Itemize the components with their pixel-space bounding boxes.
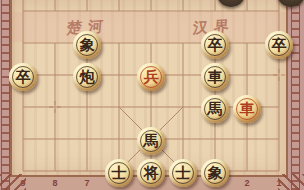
piece-black-elephant[interactable]: 象 (201, 159, 229, 187)
piece-black-general[interactable]: 将 (137, 159, 165, 187)
piece-character: 士 (105, 159, 133, 187)
piece-black-cannon[interactable]: 炮 (73, 63, 101, 91)
piece-character: 将 (137, 159, 165, 187)
piece-black-advisor[interactable]: 士 (169, 159, 197, 187)
piece-black-soldier[interactable]: 卒 (201, 31, 229, 59)
piece-red-chariot[interactable]: 車 (233, 95, 261, 123)
piece-character: 車 (201, 63, 229, 91)
piece-black-advisor[interactable]: 士 (105, 159, 133, 187)
piece-black-horse[interactable]: 馬 (201, 95, 229, 123)
piece-character: 馬 (201, 95, 229, 123)
piece-character: 卒 (265, 31, 293, 59)
piece-character: 象 (201, 159, 229, 187)
piece-black-horse[interactable]: 馬 (137, 127, 165, 155)
board-frame-left-ornament (0, 0, 10, 190)
piece-character: 車 (233, 95, 261, 123)
piece-black-chariot[interactable]: 車 (201, 63, 229, 91)
piece-black-soldier[interactable]: 卒 (9, 63, 37, 91)
piece-black-soldier[interactable]: 卒 (265, 31, 293, 59)
piece-character: 卒 (9, 63, 37, 91)
piece-character: 象 (73, 31, 101, 59)
piece-character: 馬 (137, 127, 165, 155)
xiangqi-game-screen: 楚河 汉界 987654321 象卒卒卒炮兵車馬車馬士将士象 (0, 0, 304, 190)
meander-pattern (291, 0, 300, 190)
frame-corner-ornament (278, 174, 304, 190)
file-label-8: 8 (50, 178, 60, 188)
frame-corner-ornament (0, 174, 26, 190)
piece-character: 炮 (73, 63, 101, 91)
meander-pattern (1, 0, 10, 190)
file-label-2: 2 (242, 178, 252, 188)
piece-character: 卒 (201, 31, 229, 59)
piece-character: 士 (169, 159, 197, 187)
board-frame-right-ornament (288, 0, 304, 190)
file-label-7: 7 (82, 178, 92, 188)
piece-black-elephant[interactable]: 象 (73, 31, 101, 59)
piece-character: 兵 (137, 63, 165, 91)
piece-red-soldier[interactable]: 兵 (137, 63, 165, 91)
